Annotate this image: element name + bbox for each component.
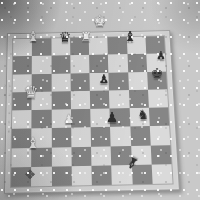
square-h2 xyxy=(150,145,171,165)
square-f4 xyxy=(110,108,130,127)
board-grid xyxy=(10,35,174,187)
square-g1 xyxy=(131,164,152,184)
square-g2 xyxy=(131,145,152,165)
square-h1 xyxy=(151,164,172,184)
square-h3 xyxy=(150,126,171,145)
piece-white-king-e8: ♚ xyxy=(91,12,110,30)
square-e2 xyxy=(91,146,111,166)
square-b5 xyxy=(32,91,52,110)
square-d3 xyxy=(71,127,91,146)
square-a7 xyxy=(13,56,32,74)
square-a3 xyxy=(12,129,32,148)
square-b4 xyxy=(32,110,52,129)
square-b3 xyxy=(32,128,52,147)
square-a5 xyxy=(12,92,32,111)
square-c4 xyxy=(51,109,71,128)
square-h8 xyxy=(145,36,165,54)
square-a4 xyxy=(12,110,32,129)
square-e3 xyxy=(91,127,111,146)
square-h4 xyxy=(149,107,170,126)
square-g4 xyxy=(129,108,149,127)
square-c5 xyxy=(51,91,71,110)
square-f8 xyxy=(108,37,128,55)
square-a8 xyxy=(13,39,32,57)
chessboard-photo: 1 2 3 4 5 6 7 8 ❖ ♚♝♜♝♛♟♚♟♛♞♟♟♝♝ xyxy=(0,0,200,200)
square-e1 xyxy=(91,165,112,185)
square-g6 xyxy=(128,72,148,90)
square-d8 xyxy=(70,38,89,56)
square-d1 xyxy=(71,166,91,186)
square-f5 xyxy=(109,90,129,109)
square-c2 xyxy=(51,147,71,167)
square-d4 xyxy=(71,109,91,128)
frame-coordinate-markings: 1 2 3 4 5 6 7 8 xyxy=(6,84,12,139)
square-c8 xyxy=(51,38,70,56)
square-b6 xyxy=(32,73,51,91)
square-g8 xyxy=(126,37,146,55)
square-f6 xyxy=(109,72,129,90)
square-g7 xyxy=(127,54,147,72)
square-c1 xyxy=(51,166,71,186)
square-h7 xyxy=(146,54,166,72)
square-c3 xyxy=(51,128,71,147)
square-e7 xyxy=(89,55,109,73)
square-d5 xyxy=(71,91,91,110)
square-a2 xyxy=(11,148,31,168)
square-f7 xyxy=(108,54,128,72)
square-b8 xyxy=(32,38,51,56)
square-e8 xyxy=(89,37,108,55)
square-a6 xyxy=(13,74,32,92)
square-c7 xyxy=(51,55,70,73)
square-f3 xyxy=(110,127,130,146)
square-c6 xyxy=(51,73,70,91)
corner-ornament-icon: ❖ xyxy=(22,167,39,182)
square-b2 xyxy=(31,147,51,167)
square-d6 xyxy=(70,73,90,91)
square-h6 xyxy=(147,71,167,89)
square-e5 xyxy=(90,90,110,109)
square-d2 xyxy=(71,146,91,166)
square-d7 xyxy=(70,55,89,73)
square-g3 xyxy=(130,126,151,145)
square-e4 xyxy=(90,108,110,127)
square-f1 xyxy=(111,165,132,185)
square-e6 xyxy=(89,72,109,90)
square-h5 xyxy=(148,89,168,108)
square-b7 xyxy=(32,56,51,74)
square-f2 xyxy=(111,146,132,166)
square-g5 xyxy=(128,89,148,108)
